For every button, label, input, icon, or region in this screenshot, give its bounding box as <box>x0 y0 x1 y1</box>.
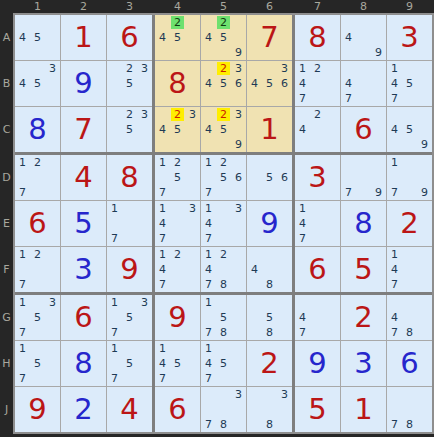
cell-J6[interactable]: 38 <box>247 387 292 432</box>
pencil-slot-3 <box>417 155 432 170</box>
pencil-marks: 2459 <box>201 15 246 60</box>
column-label-5: 5 <box>201 0 246 13</box>
cell-C6[interactable]: 1 <box>247 107 292 152</box>
cell-C5[interactable]: 23459 <box>201 107 246 152</box>
pencil-slot-3: 3 <box>137 107 152 122</box>
box-5: 1257125675613471347912471247848 <box>155 155 292 292</box>
pencil-slot-8 <box>262 91 277 106</box>
candidate-2-yellow: 2 <box>171 108 184 121</box>
candidate-2: 2 <box>311 108 324 121</box>
pencil-slot-6 <box>417 402 432 417</box>
cell-B2[interactable]: 9 <box>61 61 106 106</box>
cell-J2[interactable]: 2 <box>61 387 106 432</box>
candidate-9: 9 <box>232 138 245 151</box>
cell-A6[interactable]: 7 <box>247 15 292 60</box>
pencil-slot-8 <box>216 91 231 106</box>
candidate-6: 6 <box>232 171 245 184</box>
pencil-marks: 157 <box>107 341 152 386</box>
given-value: 4 <box>107 387 152 432</box>
pencil-slot-1 <box>201 387 216 402</box>
pencil-slot-2: 2 <box>310 61 325 76</box>
candidate-7: 7 <box>202 372 215 385</box>
cell-H6[interactable]: 2 <box>247 341 292 386</box>
pencil-slot-9 <box>277 417 292 432</box>
pencil-slot-9 <box>325 91 340 106</box>
pencil-slot-1 <box>387 387 402 402</box>
pencil-slot-4: 4 <box>155 216 170 231</box>
cell-F4[interactable]: 1247 <box>155 247 200 292</box>
pencil-slot-6 <box>185 122 200 137</box>
pencil-slot-4: 4 <box>155 262 170 277</box>
candidate-8: 8 <box>403 326 416 339</box>
candidate-1: 1 <box>202 342 215 355</box>
pencil-slot-7 <box>201 45 216 60</box>
pencil-slot-5: 5 <box>216 76 231 91</box>
pencil-slot-8 <box>402 277 417 292</box>
pencil-slot-9 <box>277 185 292 200</box>
column-label-8: 8 <box>341 0 386 13</box>
candidate-1: 1 <box>388 248 401 261</box>
pencil-slot-8 <box>30 325 45 340</box>
pencil-slot-7: 7 <box>155 371 170 386</box>
pencil-slot-4 <box>155 170 170 185</box>
candidate-7: 7 <box>388 186 401 199</box>
candidate-4: 4 <box>156 217 169 230</box>
pencil-slot-5: 5 <box>30 76 45 91</box>
candidate-3: 3 <box>232 202 245 215</box>
candidate-5: 5 <box>171 31 184 44</box>
cell-F3[interactable]: 9 <box>107 247 152 292</box>
pencil-slot-8 <box>170 231 185 246</box>
cell-E4[interactable]: 1347 <box>155 201 200 246</box>
cell-C1[interactable]: 8 <box>15 107 60 152</box>
cell-D6[interactable]: 56 <box>247 155 292 200</box>
candidate-1: 1 <box>16 248 29 261</box>
cell-C2[interactable]: 7 <box>61 107 106 152</box>
pencil-slot-6 <box>231 356 246 371</box>
pencil-slot-4: 4 <box>155 356 170 371</box>
pencil-slot-4: 4 <box>341 76 356 91</box>
pencil-slot-7: 7 <box>341 91 356 106</box>
candidate-4: 4 <box>296 123 309 136</box>
pencil-slot-3 <box>185 341 200 356</box>
cell-B3[interactable]: 235 <box>107 61 152 106</box>
pencil-slot-4 <box>247 170 262 185</box>
pencil-slot-1 <box>155 15 170 30</box>
pencil-slot-1: 1 <box>155 201 170 216</box>
pencil-slot-2 <box>170 341 185 356</box>
candidate-3: 3 <box>46 62 59 75</box>
candidate-5: 5 <box>403 123 416 136</box>
cell-E5[interactable]: 1347 <box>201 201 246 246</box>
pencil-slot-5: 5 <box>30 310 45 325</box>
box-1: 4516345923587235 <box>15 15 152 152</box>
pencil-slot-9 <box>417 417 432 432</box>
cell-D2[interactable]: 4 <box>61 155 106 200</box>
box-6: 3791791478265147 <box>295 155 432 292</box>
cell-F8[interactable]: 5 <box>341 247 386 292</box>
cell-C4[interactable]: 2345 <box>155 107 200 152</box>
pencil-slot-8 <box>170 371 185 386</box>
cell-A4[interactable]: 245 <box>155 15 200 60</box>
pencil-slot-1 <box>201 15 216 30</box>
pencil-slot-3: 3 <box>231 107 246 122</box>
cell-F5[interactable]: 12478 <box>201 247 246 292</box>
pencil-slot-7 <box>15 91 30 106</box>
pencil-slot-7 <box>247 325 262 340</box>
pencil-slot-8: 8 <box>262 277 277 292</box>
pencil-slot-6 <box>185 356 200 371</box>
cell-E6[interactable]: 9 <box>247 201 292 246</box>
cell-D3[interactable]: 8 <box>107 155 152 200</box>
pencil-slot-8 <box>310 137 325 152</box>
cell-G3[interactable]: 1357 <box>107 295 152 340</box>
cell-D5[interactable]: 12567 <box>201 155 246 200</box>
solved-value: 2 <box>61 387 106 432</box>
cell-G4[interactable]: 9 <box>155 295 200 340</box>
pencil-slot-5 <box>170 262 185 277</box>
pencil-slot-1 <box>247 61 262 76</box>
pencil-slot-5: 5 <box>216 310 231 325</box>
candidate-2: 2 <box>311 62 324 75</box>
cell-E8[interactable]: 8 <box>341 201 386 246</box>
candidate-8: 8 <box>263 418 276 431</box>
cell-G8[interactable]: 2 <box>341 295 386 340</box>
pencil-slot-9 <box>185 45 200 60</box>
candidate-4: 4 <box>248 77 261 90</box>
pencil-slot-7: 7 <box>201 417 216 432</box>
pencil-marks: 245 <box>155 15 200 60</box>
cell-G5[interactable]: 1578 <box>201 295 246 340</box>
given-value: 3 <box>295 155 340 200</box>
pencil-slot-6 <box>137 310 152 325</box>
pencil-slot-3: 3 <box>45 61 60 76</box>
pencil-slot-6 <box>231 216 246 231</box>
candidate-2: 2 <box>171 248 184 261</box>
cell-G7[interactable]: 47 <box>295 295 340 340</box>
cell-C3[interactable]: 235 <box>107 107 152 152</box>
pencil-slot-7: 7 <box>15 325 30 340</box>
candidate-5: 5 <box>217 31 230 44</box>
cell-G1[interactable]: 1357 <box>15 295 60 340</box>
pencil-slot-5: 5 <box>122 122 137 137</box>
pencil-slot-4 <box>107 76 122 91</box>
candidate-4: 4 <box>248 263 261 276</box>
cell-F1[interactable]: 127 <box>15 247 60 292</box>
pencil-slot-2 <box>30 341 45 356</box>
solved-value: 3 <box>61 247 106 292</box>
pencil-marks: 23456 <box>201 61 246 106</box>
given-value: 3 <box>387 15 432 60</box>
pencil-slot-2: 2 <box>122 61 137 76</box>
pencil-slot-9 <box>185 137 200 152</box>
given-value: 8 <box>107 155 152 200</box>
candidate-3: 3 <box>278 388 291 401</box>
pencil-slot-4: 4 <box>247 76 262 91</box>
candidate-7: 7 <box>202 186 215 199</box>
pencil-slot-7: 7 <box>201 371 216 386</box>
candidate-7: 7 <box>202 278 215 291</box>
pencil-slot-9 <box>137 231 152 246</box>
candidate-4: 4 <box>156 357 169 370</box>
given-value: 5 <box>295 387 340 432</box>
row-label-B: B <box>0 61 13 106</box>
pencil-slot-4: 4 <box>387 122 402 137</box>
pencil-slot-5 <box>170 216 185 231</box>
cell-E2[interactable]: 5 <box>61 201 106 246</box>
given-value: 6 <box>61 295 106 340</box>
candidate-4: 4 <box>296 311 309 324</box>
pencil-slot-8 <box>216 231 231 246</box>
candidate-5: 5 <box>171 171 184 184</box>
column-labels: 123456789 <box>13 0 434 13</box>
pencil-slot-8 <box>30 185 45 200</box>
cell-C9[interactable]: 459 <box>387 107 432 152</box>
cell-H9[interactable]: 6 <box>387 341 432 386</box>
pencil-slot-5: 5 <box>30 30 45 45</box>
cell-D9[interactable]: 179 <box>387 155 432 200</box>
pencil-slot-5: 5 <box>122 76 137 91</box>
cell-H7[interactable]: 9 <box>295 341 340 386</box>
candidate-5: 5 <box>403 77 416 90</box>
column-label-2: 2 <box>61 0 106 13</box>
pencil-slot-5: 5 <box>122 356 137 371</box>
cell-A5[interactable]: 2459 <box>201 15 246 60</box>
candidate-7: 7 <box>296 92 309 105</box>
pencil-slot-9 <box>277 325 292 340</box>
pencil-slot-1 <box>247 295 262 310</box>
pencil-slot-8 <box>170 137 185 152</box>
cell-B1[interactable]: 345 <box>15 61 60 106</box>
pencil-slot-7: 7 <box>341 185 356 200</box>
cell-J9[interactable]: 78 <box>387 387 432 432</box>
pencil-slot-5 <box>216 402 231 417</box>
candidate-8: 8 <box>217 278 230 291</box>
cell-F7[interactable]: 6 <box>295 247 340 292</box>
cell-F6[interactable]: 48 <box>247 247 292 292</box>
cell-A9[interactable]: 3 <box>387 15 432 60</box>
pencil-slot-2 <box>216 295 231 310</box>
solved-value: 9 <box>61 61 106 106</box>
pencil-slot-2: 2 <box>30 155 45 170</box>
pencil-marks: 2345 <box>155 107 200 152</box>
pencil-slot-2 <box>30 15 45 30</box>
cell-C7[interactable]: 24 <box>295 107 340 152</box>
pencil-slot-6 <box>371 30 386 45</box>
cell-E3[interactable]: 17 <box>107 201 152 246</box>
pencil-slot-4: 4 <box>201 30 216 45</box>
candidate-7: 7 <box>156 372 169 385</box>
pencil-slot-3 <box>325 295 340 310</box>
cell-H2[interactable]: 8 <box>61 341 106 386</box>
box-4: 12748651712739 <box>15 155 152 292</box>
given-value: 5 <box>341 247 386 292</box>
candidate-4: 4 <box>296 77 309 90</box>
cell-J5[interactable]: 378 <box>201 387 246 432</box>
pencil-slot-1 <box>247 155 262 170</box>
pencil-slot-4 <box>107 122 122 137</box>
cell-E7[interactable]: 147 <box>295 201 340 246</box>
column-label-4: 4 <box>155 0 200 13</box>
given-value: 1 <box>341 387 386 432</box>
candidate-5: 5 <box>123 311 136 324</box>
pencil-slot-7: 7 <box>201 185 216 200</box>
candidate-2-yellow: 2 <box>217 108 230 121</box>
pencil-marks: 78 <box>387 387 432 432</box>
pencil-marks: 459 <box>387 107 432 152</box>
pencil-slot-8: 8 <box>216 277 231 292</box>
pencil-slot-2 <box>122 201 137 216</box>
cell-B6[interactable]: 3456 <box>247 61 292 106</box>
pencil-slot-6 <box>137 122 152 137</box>
pencil-slot-7: 7 <box>155 231 170 246</box>
pencil-marks: 23459 <box>201 107 246 152</box>
pencil-slot-2: 2 <box>170 155 185 170</box>
cell-J1[interactable]: 9 <box>15 387 60 432</box>
cell-B5[interactable]: 23456 <box>201 61 246 106</box>
cell-H4[interactable]: 1457 <box>155 341 200 386</box>
pencil-slot-6 <box>325 76 340 91</box>
candidate-1: 1 <box>202 202 215 215</box>
cell-H3[interactable]: 157 <box>107 341 152 386</box>
candidate-1: 1 <box>16 342 29 355</box>
pencil-slot-3: 3 <box>185 201 200 216</box>
pencil-slot-3 <box>45 15 60 30</box>
candidate-7: 7 <box>388 92 401 105</box>
cell-B9[interactable]: 1457 <box>387 61 432 106</box>
pencil-slot-9: 9 <box>417 185 432 200</box>
cell-A2[interactable]: 1 <box>61 15 106 60</box>
pencil-slot-8 <box>122 91 137 106</box>
pencil-slot-9 <box>417 91 432 106</box>
cell-J7[interactable]: 5 <box>295 387 340 432</box>
pencil-slot-2 <box>310 201 325 216</box>
pencil-slot-6 <box>417 170 432 185</box>
pencil-slot-1: 1 <box>155 247 170 262</box>
pencil-slot-1: 1 <box>201 295 216 310</box>
cell-D8[interactable]: 79 <box>341 155 386 200</box>
pencil-slot-5 <box>262 402 277 417</box>
cell-B7[interactable]: 1247 <box>295 61 340 106</box>
given-value: 9 <box>15 387 60 432</box>
cell-H1[interactable]: 157 <box>15 341 60 386</box>
pencil-slot-5: 5 <box>262 170 277 185</box>
cell-B4[interactable]: 8 <box>155 61 200 106</box>
candidate-4: 4 <box>156 263 169 276</box>
pencil-slot-9 <box>231 277 246 292</box>
pencil-slot-9: 9 <box>231 45 246 60</box>
pencil-slot-1: 1 <box>295 201 310 216</box>
pencil-slot-5 <box>356 76 371 91</box>
pencil-slot-5 <box>30 170 45 185</box>
candidate-7: 7 <box>108 232 121 245</box>
pencil-slot-2 <box>216 387 231 402</box>
candidate-2: 2 <box>123 108 136 121</box>
candidate-4: 4 <box>202 357 215 370</box>
pencil-slot-7: 7 <box>107 371 122 386</box>
cell-C8[interactable]: 6 <box>341 107 386 152</box>
cell-A3[interactable]: 6 <box>107 15 152 60</box>
pencil-marks: 1257 <box>155 155 200 200</box>
pencil-slot-7 <box>247 91 262 106</box>
pencil-slot-8: 8 <box>216 417 231 432</box>
pencil-slot-6 <box>185 216 200 231</box>
cell-J8[interactable]: 1 <box>341 387 386 432</box>
pencil-slot-7: 7 <box>107 325 122 340</box>
candidate-4: 4 <box>16 77 29 90</box>
cell-E9[interactable]: 2 <box>387 201 432 246</box>
pencil-slot-6 <box>231 310 246 325</box>
given-value: 2 <box>387 201 432 246</box>
candidate-4: 4 <box>342 77 355 90</box>
candidate-1: 1 <box>388 62 401 75</box>
cell-E1[interactable]: 6 <box>15 201 60 246</box>
cell-F2[interactable]: 3 <box>61 247 106 292</box>
pencil-slot-5: 5 <box>402 76 417 91</box>
cell-B8[interactable]: 47 <box>341 61 386 106</box>
pencil-slot-8 <box>216 137 231 152</box>
cell-H5[interactable]: 1457 <box>201 341 246 386</box>
box-7: 1357613571578157924 <box>15 295 152 432</box>
pencil-slot-9 <box>137 371 152 386</box>
pencil-slot-7: 7 <box>387 417 402 432</box>
given-value: 8 <box>155 61 200 106</box>
pencil-marks: 47 <box>341 61 386 106</box>
pencil-marks: 45 <box>15 15 60 60</box>
cell-A8[interactable]: 49 <box>341 15 386 60</box>
pencil-slot-5 <box>402 170 417 185</box>
cell-H8[interactable]: 3 <box>341 341 386 386</box>
pencil-slot-4 <box>201 310 216 325</box>
pencil-slot-7: 7 <box>201 277 216 292</box>
candidate-2-green: 2 <box>217 16 230 29</box>
cell-G2[interactable]: 6 <box>61 295 106 340</box>
solved-value: 8 <box>341 201 386 246</box>
pencil-marks: 345 <box>15 61 60 106</box>
pencil-slot-3 <box>185 247 200 262</box>
candidate-4: 4 <box>156 31 169 44</box>
row-label-A: A <box>0 15 13 60</box>
cell-A7[interactable]: 8 <box>295 15 340 60</box>
pencil-slot-2 <box>402 107 417 122</box>
pencil-slot-6 <box>45 310 60 325</box>
pencil-marks: 147 <box>295 201 340 246</box>
pencil-slot-5 <box>310 216 325 231</box>
cell-G9[interactable]: 478 <box>387 295 432 340</box>
given-value: 2 <box>247 341 292 386</box>
cell-J4[interactable]: 6 <box>155 387 200 432</box>
candidate-9: 9 <box>418 186 431 199</box>
given-value: 6 <box>295 247 340 292</box>
cell-J3[interactable]: 4 <box>107 387 152 432</box>
cell-D1[interactable]: 127 <box>15 155 60 200</box>
cell-A1[interactable]: 45 <box>15 15 60 60</box>
pencil-slot-6 <box>45 170 60 185</box>
cell-D7[interactable]: 3 <box>295 155 340 200</box>
pencil-slot-6 <box>137 356 152 371</box>
pencil-slot-1 <box>15 15 30 30</box>
pencil-slot-8 <box>402 185 417 200</box>
pencil-slot-5 <box>310 76 325 91</box>
cell-F9[interactable]: 147 <box>387 247 432 292</box>
pencil-slot-6 <box>277 402 292 417</box>
pencil-slot-4: 4 <box>295 76 310 91</box>
cell-D4[interactable]: 1257 <box>155 155 200 200</box>
pencil-slot-1: 1 <box>107 341 122 356</box>
pencil-slot-7: 7 <box>155 277 170 292</box>
cell-G6[interactable]: 58 <box>247 295 292 340</box>
pencil-slot-5: 5 <box>30 356 45 371</box>
